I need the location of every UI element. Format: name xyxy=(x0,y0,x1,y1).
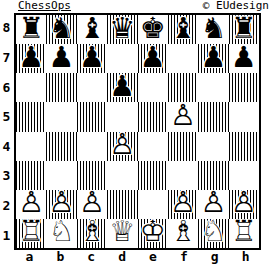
square-h3[interactable] xyxy=(229,161,259,190)
piece-black-pawn-h7: ♟♟ xyxy=(229,44,259,73)
piece-face-glyph: ♙ xyxy=(49,190,75,218)
square-c8[interactable]: ♝♝ xyxy=(77,15,107,44)
piece-face-glyph: ♝ xyxy=(79,15,105,43)
square-d6[interactable]: ♟♟ xyxy=(107,73,137,102)
square-c5[interactable] xyxy=(77,102,107,131)
square-b2[interactable]: ♟♙ xyxy=(46,190,76,219)
piece-face-glyph: ♘ xyxy=(200,219,226,247)
piece-face-glyph: ♙ xyxy=(79,190,105,218)
square-e3[interactable] xyxy=(138,161,168,190)
piece-white-pawn-a2: ♟♙ xyxy=(16,190,46,219)
square-g1[interactable]: ♞♘ xyxy=(198,219,228,248)
file-label-g: g xyxy=(199,249,230,269)
square-d2[interactable] xyxy=(107,190,137,219)
piece-face-glyph: ♟ xyxy=(231,44,257,72)
square-a1[interactable]: ♜♖ xyxy=(16,219,46,248)
rank-label-6: 6 xyxy=(0,72,13,102)
copyright-credit: © EUdesign xyxy=(203,0,269,12)
piece-face-glyph: ♜ xyxy=(18,15,44,43)
square-d1[interactable]: ♛♕ xyxy=(107,219,137,248)
piece-white-bishop-f1: ♝♗ xyxy=(168,219,198,248)
piece-black-pawn-c7: ♟♟ xyxy=(77,44,107,73)
square-c7[interactable]: ♟♟ xyxy=(77,44,107,73)
piece-black-pawn-a7: ♟♟ xyxy=(16,44,46,73)
square-g5[interactable] xyxy=(198,102,228,131)
square-f3[interactable] xyxy=(168,161,198,190)
piece-black-pawn-d6: ♟♟ xyxy=(107,73,137,102)
square-f4[interactable] xyxy=(168,132,198,161)
square-g6[interactable] xyxy=(198,73,228,102)
piece-white-pawn-c2: ♟♙ xyxy=(77,190,107,219)
piece-black-pawn-b7: ♟♟ xyxy=(46,44,76,73)
piece-face-glyph: ♛ xyxy=(109,15,135,43)
square-b6[interactable] xyxy=(46,73,76,102)
square-f7[interactable] xyxy=(168,44,198,73)
square-g2[interactable]: ♟♙ xyxy=(198,190,228,219)
piece-black-pawn-g7: ♟♟ xyxy=(198,44,228,73)
piece-face-glyph: ♙ xyxy=(18,190,44,218)
rank-label-5: 5 xyxy=(0,102,13,132)
square-a6[interactable] xyxy=(16,73,46,102)
square-c1[interactable]: ♝♗ xyxy=(77,219,107,248)
app-title: ChessOps xyxy=(18,0,71,12)
piece-white-pawn-d4: ♟♙ xyxy=(107,132,137,161)
chessops-window: ChessOps © EUdesign 87654321 ♜♜♞♞♝♝♛♛♚♚♝… xyxy=(0,0,270,270)
square-b8[interactable]: ♞♞ xyxy=(46,15,76,44)
piece-face-glyph: ♙ xyxy=(170,190,196,218)
square-e5[interactable] xyxy=(138,102,168,131)
piece-black-rook-a8: ♜♜ xyxy=(16,15,46,44)
square-g3[interactable] xyxy=(198,161,228,190)
rank-label-2: 2 xyxy=(0,191,13,221)
rank-label-4: 4 xyxy=(0,132,13,162)
square-d7[interactable] xyxy=(107,44,137,73)
square-a4[interactable] xyxy=(16,132,46,161)
square-a3[interactable] xyxy=(16,161,46,190)
piece-face-glyph: ♙ xyxy=(109,132,135,160)
piece-face-glyph: ♖ xyxy=(231,219,257,247)
piece-face-glyph: ♙ xyxy=(200,190,226,218)
piece-white-rook-h1: ♜♖ xyxy=(229,219,259,248)
square-e4[interactable] xyxy=(138,132,168,161)
square-b7[interactable]: ♟♟ xyxy=(46,44,76,73)
piece-black-knight-g8: ♞♞ xyxy=(198,15,228,44)
square-d8[interactable]: ♛♛ xyxy=(107,15,137,44)
square-h2[interactable]: ♟♙ xyxy=(229,190,259,219)
square-b1[interactable]: ♞♘ xyxy=(46,219,76,248)
piece-black-queen-d8: ♛♛ xyxy=(107,15,137,44)
square-b4[interactable] xyxy=(46,132,76,161)
square-e1[interactable]: ♚♔ xyxy=(138,219,168,248)
file-labels: abcdefgh xyxy=(14,249,261,269)
piece-face-glyph: ♖ xyxy=(18,219,44,247)
rank-label-1: 1 xyxy=(0,220,13,250)
square-g4[interactable] xyxy=(198,132,228,161)
piece-face-glyph: ♙ xyxy=(231,190,257,218)
file-label-a: a xyxy=(14,249,45,269)
square-f1[interactable]: ♝♗ xyxy=(168,219,198,248)
square-c2[interactable]: ♟♙ xyxy=(77,190,107,219)
piece-black-pawn-e7: ♟♟ xyxy=(138,44,168,73)
square-f5[interactable]: ♟♙ xyxy=(168,102,198,131)
piece-face-glyph: ♟ xyxy=(109,73,135,101)
piece-black-knight-b8: ♞♞ xyxy=(46,15,76,44)
piece-face-glyph: ♟ xyxy=(140,44,166,72)
piece-black-bishop-f8: ♝♝ xyxy=(168,15,198,44)
piece-face-glyph: ♟ xyxy=(200,44,226,72)
piece-black-king-e8: ♚♚ xyxy=(138,15,168,44)
piece-white-pawn-f5: ♟♙ xyxy=(168,102,198,131)
square-e6[interactable] xyxy=(138,73,168,102)
square-c3[interactable] xyxy=(77,161,107,190)
square-h5[interactable] xyxy=(229,102,259,131)
square-g8[interactable]: ♞♞ xyxy=(198,15,228,44)
square-b5[interactable] xyxy=(46,102,76,131)
square-e7[interactable]: ♟♟ xyxy=(138,44,168,73)
square-d5[interactable] xyxy=(107,102,137,131)
square-a7[interactable]: ♟♟ xyxy=(16,44,46,73)
piece-white-queen-d1: ♛♕ xyxy=(107,219,137,248)
square-e2[interactable] xyxy=(138,190,168,219)
square-h4[interactable] xyxy=(229,132,259,161)
square-f2[interactable]: ♟♙ xyxy=(168,190,198,219)
piece-face-glyph: ♝ xyxy=(170,15,196,43)
piece-black-bishop-c8: ♝♝ xyxy=(77,15,107,44)
piece-face-glyph: ♟ xyxy=(18,44,44,72)
file-label-c: c xyxy=(76,249,107,269)
piece-white-bishop-c1: ♝♗ xyxy=(77,219,107,248)
rank-label-3: 3 xyxy=(0,161,13,191)
piece-white-rook-a1: ♜♖ xyxy=(16,219,46,248)
piece-white-pawn-b2: ♟♙ xyxy=(46,190,76,219)
piece-white-pawn-g2: ♟♙ xyxy=(198,190,228,219)
piece-face-glyph: ♘ xyxy=(49,219,75,247)
piece-white-pawn-f2: ♟♙ xyxy=(168,190,198,219)
square-e8[interactable]: ♚♚ xyxy=(138,15,168,44)
piece-face-glyph: ♟ xyxy=(49,44,75,72)
piece-white-king-e1: ♚♔ xyxy=(138,219,168,248)
square-b3[interactable] xyxy=(46,161,76,190)
square-d4[interactable]: ♟♙ xyxy=(107,132,137,161)
piece-face-glyph: ♜ xyxy=(231,15,257,43)
file-label-d: d xyxy=(107,249,138,269)
piece-face-glyph: ♚ xyxy=(140,15,166,43)
square-c4[interactable] xyxy=(77,132,107,161)
piece-white-knight-g1: ♞♘ xyxy=(198,219,228,248)
file-label-h: h xyxy=(230,249,261,269)
piece-white-knight-b1: ♞♘ xyxy=(46,219,76,248)
piece-white-pawn-h2: ♟♙ xyxy=(229,190,259,219)
square-f6[interactable] xyxy=(168,73,198,102)
chess-board: ♜♜♞♞♝♝♛♛♚♚♝♝♞♞♜♜♟♟♟♟♟♟♟♟♟♟♟♟♟♟♟♙♟♙♟♙♟♙♟♙… xyxy=(14,13,261,250)
square-h6[interactable] xyxy=(229,73,259,102)
square-f8[interactable]: ♝♝ xyxy=(168,15,198,44)
piece-face-glyph: ♗ xyxy=(79,219,105,247)
piece-face-glyph: ♞ xyxy=(200,15,226,43)
rank-label-8: 8 xyxy=(0,13,13,43)
piece-face-glyph: ♞ xyxy=(49,15,75,43)
piece-black-rook-h8: ♜♜ xyxy=(229,15,259,44)
square-g7[interactable]: ♟♟ xyxy=(198,44,228,73)
square-h7[interactable]: ♟♟ xyxy=(229,44,259,73)
square-h1[interactable]: ♜♖ xyxy=(229,219,259,248)
square-h8[interactable]: ♜♜ xyxy=(229,15,259,44)
square-a8[interactable]: ♜♜ xyxy=(16,15,46,44)
square-a5[interactable] xyxy=(16,102,46,131)
piece-face-glyph: ♕ xyxy=(109,219,135,247)
piece-face-glyph: ♔ xyxy=(140,219,166,247)
piece-face-glyph: ♙ xyxy=(170,102,196,130)
file-label-e: e xyxy=(138,249,169,269)
rank-labels: 87654321 xyxy=(0,13,13,250)
square-c6[interactable] xyxy=(77,73,107,102)
rank-label-7: 7 xyxy=(0,43,13,73)
piece-face-glyph: ♟ xyxy=(79,44,105,72)
file-label-b: b xyxy=(45,249,76,269)
square-a2[interactable]: ♟♙ xyxy=(16,190,46,219)
piece-face-glyph: ♗ xyxy=(170,219,196,247)
square-d3[interactable] xyxy=(107,161,137,190)
file-label-f: f xyxy=(168,249,199,269)
